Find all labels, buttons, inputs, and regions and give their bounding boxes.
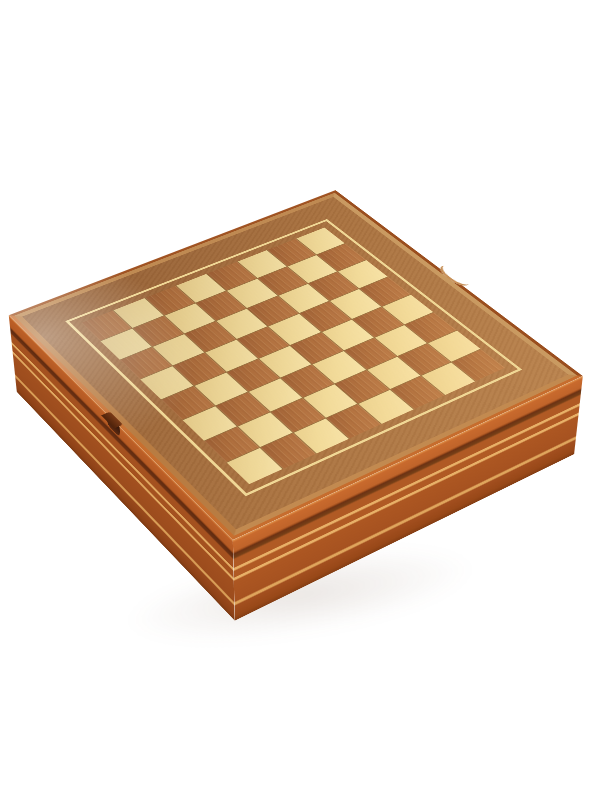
square-g7 [398, 344, 451, 376]
square-e2 [194, 372, 247, 405]
square-h5 [359, 390, 413, 424]
square-e4 [259, 345, 311, 377]
square-f3 [249, 378, 302, 411]
scene [0, 0, 600, 800]
square-e1 [161, 386, 214, 420]
square-d1 [141, 366, 194, 399]
square-g3 [271, 398, 325, 432]
square-h6 [390, 376, 444, 409]
square-f2 [216, 392, 270, 426]
chess-box [9, 190, 583, 540]
square-h7 [421, 363, 474, 396]
square-g5 [336, 370, 389, 403]
square-h3 [294, 418, 349, 453]
square-c1 [120, 347, 172, 379]
square-h1 [227, 448, 283, 484]
square-e3 [227, 359, 280, 391]
square-g1 [204, 427, 259, 462]
square-g4 [304, 384, 358, 417]
square-g6 [367, 357, 420, 389]
square-h2 [261, 433, 316, 469]
photo-background [0, 0, 600, 800]
square-g2 [238, 412, 293, 447]
square-h4 [327, 404, 382, 438]
square-h8 [452, 349, 505, 381]
square-d2 [174, 353, 226, 385]
square-f4 [281, 364, 334, 397]
square-f5 [313, 351, 366, 383]
square-f1 [183, 406, 237, 440]
